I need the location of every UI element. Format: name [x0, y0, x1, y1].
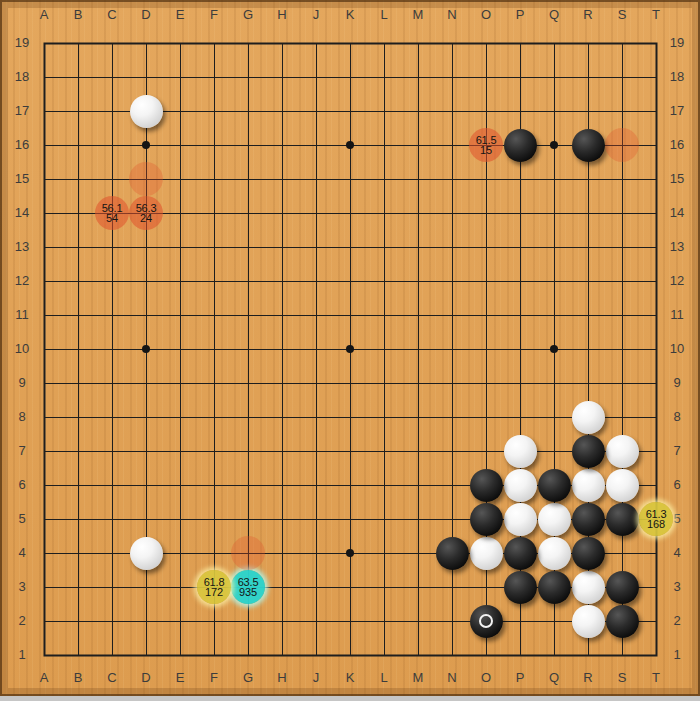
- white-stone-P6: [503, 468, 537, 502]
- black-stone: [470, 469, 503, 502]
- star-point-K10: [333, 332, 367, 366]
- star-point-D16: [129, 128, 163, 162]
- star-point-dot: [346, 345, 354, 353]
- star-point-dot: [142, 345, 150, 353]
- white-stone-S6: [605, 468, 639, 502]
- black-stone-O6: [469, 468, 503, 502]
- black-stone: [606, 503, 639, 536]
- white-stone-R8: [571, 400, 605, 434]
- candidate-move-G4[interactable]: [231, 536, 265, 570]
- black-stone-R16: [571, 128, 605, 162]
- white-stone: [572, 469, 605, 502]
- candidate-visits: 935: [239, 587, 257, 598]
- white-stone: [606, 469, 639, 502]
- star-point-Q10: [537, 332, 571, 366]
- candidate-move-T5[interactable]: 61.3168: [639, 502, 673, 536]
- black-stone: [572, 503, 605, 536]
- black-stone: [572, 537, 605, 570]
- app-window: AABBCCDDEEFFGGHHJJKKLLMMNNOOPPQQRRSSTT19…: [0, 0, 700, 701]
- candidate-visits: 172: [205, 587, 223, 598]
- candidate-move-S16[interactable]: [605, 128, 639, 162]
- star-point-dot: [550, 141, 558, 149]
- candidate-move-circle[interactable]: 56.154: [95, 196, 129, 230]
- black-stone: [606, 571, 639, 604]
- black-stone-S2: [605, 604, 639, 638]
- white-stone: [606, 435, 639, 468]
- candidate-move-F3[interactable]: 61.8172: [197, 570, 231, 604]
- candidate-visits: 54: [106, 213, 118, 224]
- candidate-move-circle[interactable]: [605, 128, 639, 162]
- white-stone: [470, 537, 503, 570]
- black-stone: [606, 605, 639, 638]
- candidate-move-G3[interactable]: 63.5935: [231, 570, 265, 604]
- black-stone-N4: [435, 536, 469, 570]
- black-stone: [504, 129, 537, 162]
- white-stone-S7: [605, 434, 639, 468]
- star-point-K4: [333, 536, 367, 570]
- black-stone-O5: [469, 502, 503, 536]
- black-stone: [572, 129, 605, 162]
- white-stone: [572, 401, 605, 434]
- black-stone-O2: [469, 604, 503, 638]
- white-stone: [538, 537, 571, 570]
- white-stone-D17: [129, 94, 163, 128]
- black-stone-R4: [571, 536, 605, 570]
- candidate-move-D15[interactable]: [129, 162, 163, 196]
- white-stone-Q5: [537, 502, 571, 536]
- candidate-visits: 15: [480, 145, 492, 156]
- candidate-move-circle[interactable]: 56.324: [129, 196, 163, 230]
- white-stone: [572, 571, 605, 604]
- white-stone: [504, 469, 537, 502]
- star-point-dot: [346, 141, 354, 149]
- candidate-move-circle[interactable]: 61.3168: [639, 502, 673, 536]
- black-stone-R5: [571, 502, 605, 536]
- white-stone: [504, 435, 537, 468]
- candidate-move-C14[interactable]: 56.154: [95, 196, 129, 230]
- candidate-visits: 168: [647, 519, 665, 530]
- black-stone-P16: [503, 128, 537, 162]
- candidate-move-circle[interactable]: 63.5935: [231, 570, 265, 604]
- star-point-K16: [333, 128, 367, 162]
- white-stone: [130, 95, 163, 128]
- white-stone: [538, 503, 571, 536]
- black-stone: [538, 571, 571, 604]
- black-stone: [436, 537, 469, 570]
- black-stone: [470, 605, 503, 638]
- white-stone: [572, 605, 605, 638]
- last-move-marker: [479, 614, 493, 628]
- white-stone-D4: [129, 536, 163, 570]
- window-edge: [0, 696, 700, 701]
- white-stone-P5: [503, 502, 537, 536]
- intersections-grid[interactable]: 63.593561.817261.316861.51556.32456.154: [27, 26, 673, 672]
- black-stone-S5: [605, 502, 639, 536]
- white-stone-R3: [571, 570, 605, 604]
- candidate-move-circle[interactable]: [129, 162, 163, 196]
- star-point-Q16: [537, 128, 571, 162]
- white-stone-Q4: [537, 536, 571, 570]
- black-stone: [470, 503, 503, 536]
- white-stone: [504, 503, 537, 536]
- white-stone-R6: [571, 468, 605, 502]
- black-stone-P3: [503, 570, 537, 604]
- star-point-dot: [346, 549, 354, 557]
- black-stone: [504, 537, 537, 570]
- black-stone-Q3: [537, 570, 571, 604]
- black-stone: [504, 571, 537, 604]
- candidate-visits: 24: [140, 213, 152, 224]
- star-point-dot: [142, 141, 150, 149]
- white-stone: [130, 537, 163, 570]
- candidate-move-circle[interactable]: 61.515: [469, 128, 503, 162]
- white-stone-O4: [469, 536, 503, 570]
- black-stone: [538, 469, 571, 502]
- black-stone-Q6: [537, 468, 571, 502]
- black-stone-S3: [605, 570, 639, 604]
- candidate-move-O16[interactable]: 61.515: [469, 128, 503, 162]
- white-stone-P7: [503, 434, 537, 468]
- black-stone-P4: [503, 536, 537, 570]
- candidate-move-circle[interactable]: [231, 536, 265, 570]
- black-stone: [572, 435, 605, 468]
- go-board[interactable]: AABBCCDDEEFFGGHHJJKKLLMMNNOOPPQQRRSSTT19…: [0, 0, 700, 696]
- star-point-D10: [129, 332, 163, 366]
- candidate-move-D14[interactable]: 56.324: [129, 196, 163, 230]
- black-stone-R7: [571, 434, 605, 468]
- star-point-dot: [550, 345, 558, 353]
- white-stone-R2: [571, 604, 605, 638]
- candidate-move-circle[interactable]: 61.8172: [197, 570, 231, 604]
